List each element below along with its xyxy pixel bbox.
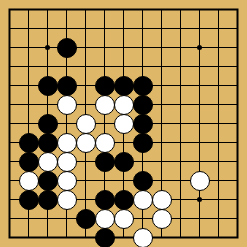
intersection[interactable] — [57, 133, 76, 152]
intersection[interactable] — [19, 228, 38, 247]
intersection[interactable] — [114, 38, 133, 57]
white-stone — [57, 152, 77, 172]
intersection[interactable] — [95, 38, 114, 57]
black-stone — [95, 152, 115, 172]
intersection[interactable] — [152, 152, 171, 171]
intersection[interactable] — [190, 19, 209, 38]
intersection[interactable] — [95, 114, 114, 133]
intersection[interactable] — [76, 171, 95, 190]
intersection[interactable] — [133, 57, 152, 76]
intersection[interactable] — [228, 190, 247, 209]
intersection[interactable] — [152, 209, 171, 228]
intersection[interactable] — [152, 95, 171, 114]
intersection[interactable] — [228, 228, 247, 247]
intersection[interactable] — [133, 190, 152, 209]
intersection[interactable] — [190, 171, 209, 190]
intersection[interactable] — [209, 171, 228, 190]
black-stone — [133, 95, 153, 115]
intersection[interactable] — [95, 95, 114, 114]
intersection[interactable] — [95, 133, 114, 152]
intersection[interactable] — [57, 228, 76, 247]
intersection[interactable] — [133, 19, 152, 38]
intersection[interactable] — [190, 133, 209, 152]
intersection[interactable] — [38, 0, 57, 19]
intersection[interactable] — [209, 0, 228, 19]
intersection[interactable] — [57, 190, 76, 209]
intersection[interactable] — [57, 95, 76, 114]
intersection[interactable] — [38, 133, 57, 152]
intersection[interactable] — [114, 133, 133, 152]
intersection[interactable] — [228, 95, 247, 114]
intersection[interactable] — [57, 57, 76, 76]
intersection[interactable] — [0, 228, 19, 247]
intersection[interactable] — [209, 95, 228, 114]
intersection[interactable] — [152, 114, 171, 133]
black-stone — [19, 152, 39, 172]
intersection[interactable] — [76, 228, 95, 247]
intersection[interactable] — [228, 0, 247, 19]
intersection[interactable] — [190, 152, 209, 171]
intersection[interactable] — [171, 209, 190, 228]
intersection[interactable] — [190, 95, 209, 114]
intersection[interactable] — [152, 0, 171, 19]
intersection[interactable] — [95, 19, 114, 38]
intersection[interactable] — [228, 152, 247, 171]
intersection[interactable] — [114, 57, 133, 76]
intersection[interactable] — [76, 95, 95, 114]
intersection[interactable] — [228, 171, 247, 190]
intersection[interactable] — [190, 209, 209, 228]
intersection[interactable] — [95, 152, 114, 171]
black-stone — [114, 190, 134, 210]
intersection[interactable] — [171, 19, 190, 38]
intersection[interactable] — [190, 190, 209, 209]
black-stone — [95, 228, 115, 247]
intersection[interactable] — [190, 114, 209, 133]
intersection[interactable] — [57, 38, 76, 57]
intersection[interactable] — [76, 133, 95, 152]
intersection[interactable] — [57, 19, 76, 38]
intersection[interactable] — [152, 38, 171, 57]
intersection[interactable] — [38, 114, 57, 133]
intersection[interactable] — [95, 76, 114, 95]
intersection[interactable] — [152, 190, 171, 209]
intersection[interactable] — [19, 209, 38, 228]
intersection[interactable] — [19, 95, 38, 114]
intersection[interactable] — [114, 152, 133, 171]
intersection[interactable] — [95, 209, 114, 228]
intersection[interactable] — [76, 152, 95, 171]
intersection[interactable] — [0, 209, 19, 228]
white-stone — [133, 190, 153, 210]
intersection[interactable] — [171, 190, 190, 209]
white-stone — [76, 133, 96, 153]
intersection[interactable] — [19, 0, 38, 19]
intersection[interactable] — [95, 171, 114, 190]
white-stone — [133, 228, 153, 247]
intersection[interactable] — [171, 0, 190, 19]
intersection[interactable] — [0, 114, 19, 133]
intersection[interactable] — [171, 38, 190, 57]
intersection[interactable] — [114, 19, 133, 38]
intersection[interactable] — [209, 38, 228, 57]
white-stone — [57, 95, 77, 115]
white-stone — [152, 209, 172, 229]
intersection[interactable] — [76, 76, 95, 95]
intersection[interactable] — [228, 76, 247, 95]
intersection[interactable] — [95, 57, 114, 76]
intersection[interactable] — [152, 171, 171, 190]
black-stone — [57, 38, 77, 58]
intersection[interactable] — [171, 171, 190, 190]
intersection[interactable] — [95, 0, 114, 19]
black-stone — [133, 133, 153, 153]
black-stone — [95, 190, 115, 210]
intersection[interactable] — [38, 171, 57, 190]
intersection[interactable] — [228, 38, 247, 57]
white-stone — [57, 190, 77, 210]
black-stone — [114, 152, 134, 172]
intersection[interactable] — [114, 171, 133, 190]
black-stone — [133, 114, 153, 134]
intersection[interactable] — [152, 57, 171, 76]
black-stone — [57, 76, 77, 96]
intersection[interactable] — [76, 209, 95, 228]
white-stone — [95, 95, 115, 115]
white-stone — [114, 95, 134, 115]
intersection[interactable] — [57, 0, 76, 19]
intersection[interactable] — [38, 152, 57, 171]
intersection[interactable] — [152, 19, 171, 38]
intersection[interactable] — [57, 114, 76, 133]
intersection[interactable] — [38, 57, 57, 76]
intersection[interactable] — [133, 152, 152, 171]
intersection[interactable] — [0, 0, 19, 19]
intersection[interactable] — [76, 0, 95, 19]
intersection[interactable] — [209, 228, 228, 247]
white-stone — [95, 133, 115, 153]
intersection[interactable] — [190, 38, 209, 57]
intersection[interactable] — [133, 133, 152, 152]
intersection[interactable] — [38, 19, 57, 38]
intersection[interactable] — [209, 19, 228, 38]
intersection[interactable] — [19, 114, 38, 133]
intersection[interactable] — [19, 38, 38, 57]
intersection[interactable] — [76, 114, 95, 133]
intersection[interactable] — [133, 171, 152, 190]
black-stone — [38, 76, 58, 96]
intersection[interactable] — [19, 152, 38, 171]
intersection[interactable] — [19, 190, 38, 209]
black-stone — [38, 171, 58, 191]
intersection[interactable] — [76, 38, 95, 57]
intersection[interactable] — [133, 209, 152, 228]
intersection[interactable] — [171, 114, 190, 133]
intersection[interactable] — [228, 133, 247, 152]
intersection[interactable] — [171, 152, 190, 171]
intersection[interactable] — [133, 0, 152, 19]
intersection[interactable] — [133, 95, 152, 114]
intersection[interactable] — [38, 95, 57, 114]
intersection[interactable] — [19, 76, 38, 95]
intersection[interactable] — [57, 209, 76, 228]
intersection[interactable] — [0, 190, 19, 209]
black-stone — [133, 76, 153, 96]
intersection[interactable] — [152, 76, 171, 95]
intersection[interactable] — [133, 114, 152, 133]
intersection[interactable] — [0, 19, 19, 38]
intersection[interactable] — [114, 0, 133, 19]
intersection[interactable] — [228, 114, 247, 133]
go-board — [0, 0, 247, 247]
white-stone — [57, 133, 77, 153]
intersection[interactable] — [57, 152, 76, 171]
intersection[interactable] — [0, 95, 19, 114]
black-stone — [19, 190, 39, 210]
white-stone — [152, 190, 172, 210]
intersection[interactable] — [76, 57, 95, 76]
black-stone — [38, 133, 58, 153]
intersection[interactable] — [190, 228, 209, 247]
intersection[interactable] — [114, 76, 133, 95]
intersection[interactable] — [190, 57, 209, 76]
black-stone — [133, 171, 153, 191]
intersection[interactable] — [209, 133, 228, 152]
intersection[interactable] — [38, 209, 57, 228]
intersection[interactable] — [0, 171, 19, 190]
intersection[interactable] — [38, 190, 57, 209]
intersection[interactable] — [190, 76, 209, 95]
intersection[interactable] — [114, 95, 133, 114]
intersection[interactable] — [171, 76, 190, 95]
intersection[interactable] — [209, 76, 228, 95]
black-stone — [114, 76, 134, 96]
intersection[interactable] — [171, 57, 190, 76]
intersection[interactable] — [209, 114, 228, 133]
white-stone — [57, 171, 77, 191]
intersection[interactable] — [0, 38, 19, 57]
white-stone — [19, 171, 39, 191]
intersection[interactable] — [57, 171, 76, 190]
intersection[interactable] — [114, 228, 133, 247]
white-stone — [76, 114, 96, 134]
intersection[interactable] — [152, 133, 171, 152]
intersection[interactable] — [209, 152, 228, 171]
intersection[interactable] — [95, 228, 114, 247]
intersection[interactable] — [228, 19, 247, 38]
intersection[interactable] — [38, 228, 57, 247]
board-cells — [0, 0, 247, 247]
intersection[interactable] — [57, 76, 76, 95]
intersection[interactable] — [95, 190, 114, 209]
intersection[interactable] — [114, 190, 133, 209]
intersection[interactable] — [133, 228, 152, 247]
intersection[interactable] — [209, 57, 228, 76]
intersection[interactable] — [228, 57, 247, 76]
black-stone — [76, 209, 96, 229]
intersection[interactable] — [228, 209, 247, 228]
intersection[interactable] — [0, 57, 19, 76]
intersection[interactable] — [133, 38, 152, 57]
intersection[interactable] — [209, 190, 228, 209]
intersection[interactable] — [133, 76, 152, 95]
intersection[interactable] — [38, 38, 57, 57]
intersection[interactable] — [171, 133, 190, 152]
white-stone — [114, 209, 134, 229]
intersection[interactable] — [0, 133, 19, 152]
intersection[interactable] — [0, 76, 19, 95]
intersection[interactable] — [0, 152, 19, 171]
intersection[interactable] — [19, 171, 38, 190]
intersection[interactable] — [209, 209, 228, 228]
white-stone — [114, 114, 134, 134]
intersection[interactable] — [152, 228, 171, 247]
intersection[interactable] — [171, 95, 190, 114]
intersection[interactable] — [76, 19, 95, 38]
black-stone — [95, 76, 115, 96]
intersection[interactable] — [38, 76, 57, 95]
white-stone — [38, 152, 58, 172]
intersection[interactable] — [114, 209, 133, 228]
intersection[interactable] — [19, 19, 38, 38]
black-stone — [38, 114, 58, 134]
intersection[interactable] — [114, 114, 133, 133]
white-stone — [95, 209, 115, 229]
black-stone — [38, 190, 58, 210]
intersection[interactable] — [171, 228, 190, 247]
intersection[interactable] — [76, 190, 95, 209]
white-stone — [190, 171, 210, 191]
black-stone — [19, 133, 39, 153]
intersection[interactable] — [19, 133, 38, 152]
intersection[interactable] — [190, 0, 209, 19]
intersection[interactable] — [19, 57, 38, 76]
